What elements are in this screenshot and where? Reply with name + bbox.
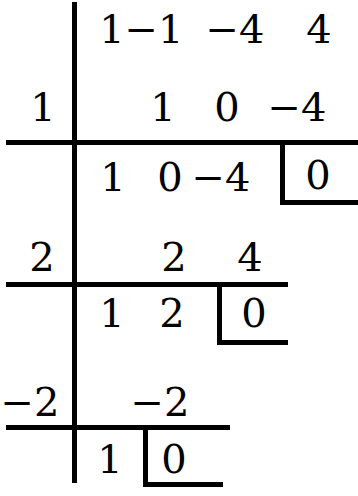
step1-result: 0 bbox=[157, 157, 182, 197]
step3-result: 1 bbox=[97, 439, 122, 479]
step2-result: 1 bbox=[99, 293, 124, 333]
step1-remainder-box-bottom bbox=[280, 200, 358, 205]
step3-division-line bbox=[6, 425, 230, 430]
divisor-vertical-bar bbox=[72, 2, 77, 483]
step1-divisor: 1 bbox=[30, 87, 55, 127]
coefficient: −1 bbox=[125, 9, 184, 49]
step3-remainder-box-left bbox=[143, 425, 148, 487]
step1-remainder-box-left bbox=[280, 140, 285, 205]
step2-division-line bbox=[6, 282, 288, 287]
step3-divisor: −2 bbox=[1, 382, 60, 422]
step1-remainder: 0 bbox=[305, 155, 330, 195]
step1-result: −4 bbox=[192, 157, 251, 197]
coefficient: −4 bbox=[206, 9, 265, 49]
step2-divisor: 2 bbox=[29, 237, 54, 277]
step2-remainder-box-left bbox=[217, 282, 222, 345]
step1-product: 1 bbox=[150, 87, 175, 127]
step3-remainder: 0 bbox=[161, 439, 186, 479]
coefficient: 1 bbox=[99, 9, 124, 49]
step1-division-line bbox=[6, 140, 358, 145]
step1-result: 1 bbox=[100, 157, 125, 197]
step1-product: −4 bbox=[268, 87, 327, 127]
step1-product: 0 bbox=[214, 87, 239, 127]
step2-remainder: 0 bbox=[241, 293, 266, 333]
step3-remainder-box-bottom bbox=[143, 482, 223, 487]
step2-remainder-box-bottom bbox=[217, 340, 288, 345]
step3-product: −2 bbox=[131, 382, 190, 422]
step2-product: 4 bbox=[237, 237, 262, 277]
step2-result: 2 bbox=[159, 293, 184, 333]
synthetic-division-diagram: 1 −1 −4 4 1 1 0 −4 1 0 −4 0 2 2 4 1 2 0 … bbox=[0, 0, 358, 496]
step2-product: 2 bbox=[161, 237, 186, 277]
coefficient: 4 bbox=[306, 9, 331, 49]
